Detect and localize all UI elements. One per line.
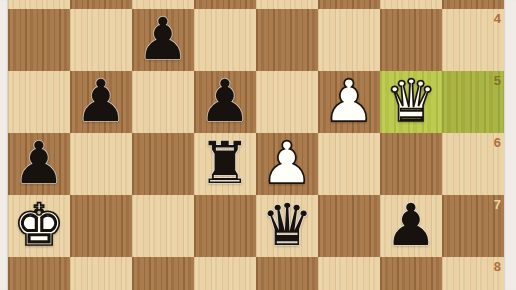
square-h8[interactable]	[8, 257, 70, 290]
square-h6[interactable]: ♟︎	[8, 133, 70, 195]
square-c5[interactable]: ♟︎	[318, 71, 380, 133]
piece-bP-h6[interactable]: ♟︎	[13, 134, 65, 192]
square-c7[interactable]	[318, 195, 380, 257]
piece-bP-b7[interactable]: ♟︎	[385, 196, 437, 254]
square-h3[interactable]	[8, 0, 70, 9]
square-c4[interactable]	[318, 9, 380, 71]
square-g7[interactable]	[70, 195, 132, 257]
square-f3[interactable]	[132, 0, 194, 9]
chess-thumbnail-page: { "game": "chess", "board": { "orientati…	[0, 0, 516, 290]
square-a4[interactable]: 4	[442, 9, 504, 71]
page-right-margin	[504, 0, 516, 290]
thumbnail-stage: ♟︎4♟︎♟︎♟︎♛︎5♟︎♜︎♟︎6♚︎♛︎♟︎78	[0, 0, 516, 290]
square-a7[interactable]: 7	[442, 195, 504, 257]
square-g4[interactable]	[70, 9, 132, 71]
square-e6[interactable]: ♜︎	[194, 133, 256, 195]
square-b4[interactable]	[380, 9, 442, 71]
square-b6[interactable]	[380, 133, 442, 195]
square-g6[interactable]	[70, 133, 132, 195]
square-a3[interactable]	[442, 0, 504, 9]
square-d5[interactable]	[256, 71, 318, 133]
square-d4[interactable]	[256, 9, 318, 71]
square-f5[interactable]	[132, 71, 194, 133]
rank-label-4: 4	[494, 11, 501, 26]
piece-wP-c5[interactable]: ♟︎	[323, 72, 375, 130]
square-a5[interactable]: 5	[442, 71, 504, 133]
square-h5[interactable]	[8, 71, 70, 133]
square-d8[interactable]	[256, 257, 318, 290]
square-b5[interactable]: ♛︎	[380, 71, 442, 133]
square-d6[interactable]: ♟︎	[256, 133, 318, 195]
square-g8[interactable]	[70, 257, 132, 290]
piece-bQ-d7[interactable]: ♛︎	[261, 196, 313, 254]
piece-bP-f4[interactable]: ♟︎	[137, 10, 189, 68]
piece-wP-d6[interactable]: ♟︎	[261, 134, 313, 192]
square-e3[interactable]	[194, 0, 256, 9]
rank-label-6: 6	[494, 135, 501, 150]
square-f7[interactable]	[132, 195, 194, 257]
square-c8[interactable]	[318, 257, 380, 290]
piece-bR-e6[interactable]: ♜︎	[199, 134, 251, 192]
square-g3[interactable]	[70, 0, 132, 9]
square-c3[interactable]	[318, 0, 380, 9]
square-c6[interactable]	[318, 133, 380, 195]
piece-wK-h7[interactable]: ♚︎	[13, 196, 65, 254]
square-f6[interactable]	[132, 133, 194, 195]
square-f8[interactable]	[132, 257, 194, 290]
square-d7[interactable]: ♛︎	[256, 195, 318, 257]
square-a8[interactable]: 8	[442, 257, 504, 290]
square-e7[interactable]	[194, 195, 256, 257]
square-h4[interactable]	[8, 9, 70, 71]
rank-label-5: 5	[494, 73, 501, 88]
chess-board[interactable]: ♟︎4♟︎♟︎♟︎♛︎5♟︎♜︎♟︎6♚︎♛︎♟︎78	[8, 0, 504, 290]
rank-label-7: 7	[494, 197, 501, 212]
square-e5[interactable]: ♟︎	[194, 71, 256, 133]
square-e4[interactable]	[194, 9, 256, 71]
piece-bP-g5[interactable]: ♟︎	[75, 72, 127, 130]
square-f4[interactable]: ♟︎	[132, 9, 194, 71]
page-left-margin	[0, 0, 8, 290]
piece-bP-e5[interactable]: ♟︎	[199, 72, 251, 130]
square-e8[interactable]	[194, 257, 256, 290]
square-h7[interactable]: ♚︎	[8, 195, 70, 257]
square-b3[interactable]	[380, 0, 442, 9]
square-b8[interactable]	[380, 257, 442, 290]
square-d3[interactable]	[256, 0, 318, 9]
square-b7[interactable]: ♟︎	[380, 195, 442, 257]
piece-wQ-b5[interactable]: ♛︎	[385, 72, 437, 130]
square-g5[interactable]: ♟︎	[70, 71, 132, 133]
rank-label-8: 8	[494, 259, 501, 274]
square-a6[interactable]: 6	[442, 133, 504, 195]
